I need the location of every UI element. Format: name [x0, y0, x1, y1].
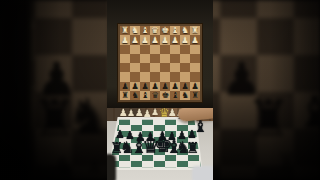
square-r8c5[interactable]: ♚	[160, 91, 170, 100]
piece-bB[interactable]: ♝	[141, 91, 149, 100]
piece-wP[interactable]: ♟	[131, 35, 139, 44]
video-frame: ♟♜♞♟♜♝♞♟♜ ♜♞♝♛♚♝♞♜♟♟♟♟♟♟♟♟♟♟♟♟♟♟♟♟♜♞♝♛♚♝…	[0, 0, 320, 180]
square-r5c1[interactable]	[120, 63, 130, 72]
square-r5c2[interactable]	[130, 63, 140, 72]
piece-wP[interactable]: ♟	[171, 35, 179, 44]
square-r2c7[interactable]: ♟	[180, 35, 190, 44]
square-r3c1[interactable]	[120, 45, 130, 54]
piece-bN[interactable]: ♞	[181, 91, 189, 100]
square-r3c4[interactable]	[150, 45, 160, 54]
piece-bR[interactable]: ♜	[121, 91, 129, 100]
square-r8c4[interactable]: ♛	[150, 91, 160, 100]
square-r3c3[interactable]	[140, 45, 150, 54]
piece-bK[interactable]: ♚	[161, 91, 169, 100]
piece-wP[interactable]: ♟	[141, 35, 149, 44]
chess-app-screen: ♜♞♝♛♚♝♞♜♟♟♟♟♟♟♟♟♟♟♟♟♟♟♟♟♜♞♝♛♚♝♞♜	[107, 0, 213, 108]
piece-wP[interactable]: ♟	[121, 35, 129, 44]
square-r8c8[interactable]: ♜	[190, 91, 200, 100]
square-r5c8[interactable]	[190, 63, 200, 72]
square-r2c5[interactable]: ♟	[160, 35, 170, 44]
table-bright-patch	[192, 166, 213, 180]
square-r8c1[interactable]: ♜	[120, 91, 130, 100]
piece-bB[interactable]: ♝	[171, 91, 179, 100]
square-r2c2[interactable]: ♟	[130, 35, 140, 44]
piece-wP[interactable]: ♟	[161, 35, 169, 44]
square-r3c2[interactable]	[130, 45, 140, 54]
piece-wP[interactable]: ♟	[181, 35, 189, 44]
square-r5c6[interactable]	[170, 63, 180, 72]
white-piece: ♟	[151, 108, 159, 117]
app-board-grid: ♜♞♝♛♚♝♞♜♟♟♟♟♟♟♟♟♟♟♟♟♟♟♟♟♜♞♝♛♚♝♞♜	[120, 26, 200, 100]
square-r5c7[interactable]	[180, 63, 190, 72]
square-r8c7[interactable]: ♞	[180, 91, 190, 100]
black-rook: ♜	[186, 141, 199, 156]
square-r5c5[interactable]	[160, 63, 170, 72]
square-r4c2[interactable]	[130, 54, 140, 63]
foreground-dark-piece	[107, 154, 116, 180]
piece-wP[interactable]: ♟	[191, 35, 199, 44]
piece-bN[interactable]: ♞	[131, 91, 139, 100]
square-r3c8[interactable]	[190, 45, 200, 54]
real-board-photo: ♟♟♟♟♟♛♟♟♟♟♟♟♟♟♟♟♟♜♞♝♛♚♝♞♜♜♝	[107, 108, 213, 180]
square-r4c5[interactable]	[160, 54, 170, 63]
piece-bR[interactable]: ♜	[191, 91, 199, 100]
piece-wP[interactable]: ♟	[151, 35, 159, 44]
chess-board: ♜♞♝♛♚♝♞♜♟♟♟♟♟♟♟♟♟♟♟♟♟♟♟♟♜♞♝♛♚♝♞♜	[117, 23, 203, 103]
square-r4c7[interactable]	[180, 54, 190, 63]
square-r2c3[interactable]: ♟	[140, 35, 150, 44]
square-r3c6[interactable]	[170, 45, 180, 54]
square-r4c3[interactable]	[140, 54, 150, 63]
square-r8c6[interactable]: ♝	[170, 91, 180, 100]
video-strip: ♜♞♝♛♚♝♞♜♟♟♟♟♟♟♟♟♟♟♟♟♟♟♟♟♜♞♝♛♚♝♞♜ ♟♟♟♟♟♛♟…	[107, 0, 213, 180]
square-r3c5[interactable]	[160, 45, 170, 54]
black-piece-on-table: ♝	[193, 119, 207, 135]
square-r2c6[interactable]: ♟	[170, 35, 180, 44]
white-piece: ♟	[127, 109, 135, 118]
square-r8c2[interactable]: ♞	[130, 91, 140, 100]
square-r4c4[interactable]	[150, 54, 160, 63]
square-r2c1[interactable]: ♟	[120, 35, 130, 44]
square-r5c3[interactable]	[140, 63, 150, 72]
square-r3c7[interactable]	[180, 45, 190, 54]
square-r4c8[interactable]	[190, 54, 200, 63]
square-r8c3[interactable]: ♝	[140, 91, 150, 100]
square-r4c6[interactable]	[170, 54, 180, 63]
square-r4c1[interactable]	[120, 54, 130, 63]
square-r2c8[interactable]: ♟	[190, 35, 200, 44]
square-r2c4[interactable]: ♟	[150, 35, 160, 44]
square-r5c4[interactable]	[150, 63, 160, 72]
piece-bQ[interactable]: ♛	[151, 91, 159, 100]
